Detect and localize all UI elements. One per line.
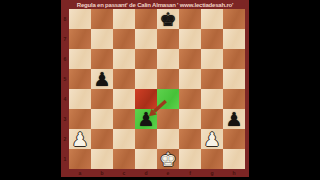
square-d3[interactable]: ♟ (135, 109, 157, 129)
file-labels: abcdefgh (69, 169, 249, 177)
square-c1[interactable] (113, 149, 135, 169)
square-f3[interactable] (179, 109, 201, 129)
black-pawn[interactable]: ♟ (93, 69, 110, 89)
square-d1[interactable] (135, 149, 157, 169)
rank-label: 4 (61, 89, 69, 109)
square-f2[interactable] (179, 129, 201, 149)
file-label: c (113, 169, 135, 177)
square-e2[interactable] (157, 129, 179, 149)
square-h5[interactable] (223, 69, 245, 89)
square-g3[interactable] (201, 109, 223, 129)
square-d2[interactable] (135, 129, 157, 149)
square-f6[interactable] (179, 49, 201, 69)
square-a4[interactable] (69, 89, 91, 109)
black-pawn[interactable]: ♟ (225, 109, 242, 129)
rank-label: 8 (61, 9, 69, 29)
square-c8[interactable] (113, 9, 135, 29)
square-g7[interactable] (201, 29, 223, 49)
square-d6[interactable] (135, 49, 157, 69)
file-label: f (179, 169, 201, 177)
square-e3[interactable] (157, 109, 179, 129)
video-frame-letterbox: Regula en passant' de Calin Almasan ' ww… (0, 0, 320, 180)
square-e7[interactable] (157, 29, 179, 49)
board-grid: ♚♟♟♟♟♟♚ (69, 9, 245, 169)
square-b4[interactable] (91, 89, 113, 109)
square-b1[interactable] (91, 149, 113, 169)
board-title: Regula en passant' de Calin Almasan ' ww… (61, 0, 249, 9)
square-g6[interactable] (201, 49, 223, 69)
square-g1[interactable] (201, 149, 223, 169)
file-label: g (201, 169, 223, 177)
square-h7[interactable] (223, 29, 245, 49)
rank-label: 1 (61, 149, 69, 169)
square-e6[interactable] (157, 49, 179, 69)
square-h1[interactable] (223, 149, 245, 169)
square-c6[interactable] (113, 49, 135, 69)
square-e1[interactable]: ♚ (157, 149, 179, 169)
square-d5[interactable] (135, 69, 157, 89)
square-d4[interactable] (135, 89, 157, 109)
square-f1[interactable] (179, 149, 201, 169)
square-g4[interactable] (201, 89, 223, 109)
square-f4[interactable] (179, 89, 201, 109)
rank-label: 6 (61, 49, 69, 69)
square-e4[interactable] (157, 89, 179, 109)
white-pawn[interactable]: ♟ (71, 129, 88, 149)
square-c2[interactable] (113, 129, 135, 149)
square-g2[interactable]: ♟ (201, 129, 223, 149)
square-c5[interactable] (113, 69, 135, 89)
square-a1[interactable] (69, 149, 91, 169)
square-f5[interactable] (179, 69, 201, 89)
square-d8[interactable] (135, 9, 157, 29)
file-label: e (157, 169, 179, 177)
square-g5[interactable] (201, 69, 223, 89)
square-a5[interactable] (69, 69, 91, 89)
file-label: d (135, 169, 157, 177)
square-a3[interactable] (69, 109, 91, 129)
rank-label: 2 (61, 129, 69, 149)
square-h6[interactable] (223, 49, 245, 69)
white-pawn[interactable]: ♟ (203, 129, 220, 149)
square-d7[interactable] (135, 29, 157, 49)
black-king[interactable]: ♚ (159, 9, 176, 29)
square-c3[interactable] (113, 109, 135, 129)
square-a2[interactable]: ♟ (69, 129, 91, 149)
square-b7[interactable] (91, 29, 113, 49)
square-f7[interactable] (179, 29, 201, 49)
file-label: a (69, 169, 91, 177)
square-a7[interactable] (69, 29, 91, 49)
square-b8[interactable] (91, 9, 113, 29)
square-f8[interactable] (179, 9, 201, 29)
black-pawn[interactable]: ♟ (137, 109, 154, 129)
square-b6[interactable] (91, 49, 113, 69)
rank-label: 7 (61, 29, 69, 49)
square-b2[interactable] (91, 129, 113, 149)
rank-label: 5 (61, 69, 69, 89)
file-label: b (91, 169, 113, 177)
square-h4[interactable] (223, 89, 245, 109)
square-e8[interactable]: ♚ (157, 9, 179, 29)
square-g8[interactable] (201, 9, 223, 29)
rank-label: 3 (61, 109, 69, 129)
square-h3[interactable]: ♟ (223, 109, 245, 129)
square-h2[interactable] (223, 129, 245, 149)
square-b3[interactable] (91, 109, 113, 129)
square-b5[interactable]: ♟ (91, 69, 113, 89)
chess-board: Regula en passant' de Calin Almasan ' ww… (61, 0, 249, 177)
square-a6[interactable] (69, 49, 91, 69)
square-c7[interactable] (113, 29, 135, 49)
square-h8[interactable] (223, 9, 245, 29)
square-c4[interactable] (113, 89, 135, 109)
file-label: h (223, 169, 245, 177)
white-king[interactable]: ♚ (159, 149, 176, 169)
rank-labels: 87654321 (61, 9, 69, 169)
square-a8[interactable] (69, 9, 91, 29)
square-e5[interactable] (157, 69, 179, 89)
